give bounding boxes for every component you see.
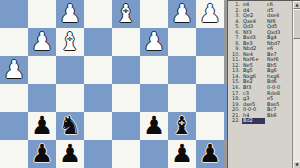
board-square[interactable] bbox=[84, 112, 112, 140]
black-pawn[interactable]: ♟ bbox=[199, 140, 221, 168]
move-number: 22. bbox=[229, 118, 242, 124]
board-square[interactable] bbox=[56, 84, 84, 112]
board-square[interactable] bbox=[196, 28, 224, 56]
white-pawn[interactable]: ♟ bbox=[59, 0, 81, 28]
board-square[interactable] bbox=[0, 112, 28, 140]
board-square[interactable] bbox=[84, 56, 112, 84]
black-pawn[interactable]: ♟ bbox=[31, 140, 53, 168]
board-square[interactable] bbox=[84, 84, 112, 112]
board-square[interactable] bbox=[0, 0, 28, 28]
white-pawn[interactable]: ♟ bbox=[31, 28, 53, 56]
board-square[interactable] bbox=[196, 56, 224, 84]
black-pawn[interactable]: ♟ bbox=[31, 112, 53, 140]
board-square[interactable]: ♟ bbox=[0, 56, 28, 84]
board-square[interactable] bbox=[28, 56, 56, 84]
white-pawn[interactable]: ♟ bbox=[199, 0, 221, 28]
black-pawn[interactable]: ♟ bbox=[171, 140, 193, 168]
board-square[interactable]: ♟ bbox=[196, 140, 224, 168]
board-square[interactable] bbox=[112, 84, 140, 112]
board-square[interactable] bbox=[28, 0, 56, 28]
board-square[interactable] bbox=[168, 84, 196, 112]
board-square[interactable]: ♞ bbox=[56, 112, 84, 140]
board-square[interactable]: ♝ bbox=[56, 28, 84, 56]
chess-app-window: ♟♝♟♟♟♝♟♟♟♞♟♝♟♟♟♟ 1.e4c62.d4d53.Qe2dxe44.… bbox=[0, 0, 300, 168]
board-square[interactable] bbox=[140, 56, 168, 84]
white-pawn[interactable]: ♟ bbox=[171, 0, 193, 28]
board-square[interactable]: ♟ bbox=[28, 28, 56, 56]
board-square[interactable] bbox=[112, 140, 140, 168]
board-square[interactable] bbox=[84, 0, 112, 28]
board-square[interactable] bbox=[140, 140, 168, 168]
board-square[interactable] bbox=[112, 56, 140, 84]
board-square[interactable]: ♝ bbox=[112, 0, 140, 28]
board-square[interactable]: ♟ bbox=[168, 140, 196, 168]
scrollbar-thumb[interactable] bbox=[293, 9, 300, 39]
board-square[interactable] bbox=[168, 28, 196, 56]
board-square[interactable] bbox=[140, 0, 168, 28]
black-pawn[interactable]: ♟ bbox=[59, 140, 81, 168]
board-square[interactable] bbox=[112, 112, 140, 140]
board-square[interactable]: ♟ bbox=[168, 0, 196, 28]
move-row: 22.Bd2 bbox=[229, 118, 291, 124]
board-square[interactable] bbox=[168, 56, 196, 84]
black-pawn[interactable]: ♟ bbox=[143, 112, 165, 140]
board-square[interactable] bbox=[0, 140, 28, 168]
board-square[interactable]: ♟ bbox=[56, 140, 84, 168]
board-square[interactable]: ♟ bbox=[28, 112, 56, 140]
white-pawn[interactable]: ♟ bbox=[3, 56, 25, 84]
board-square[interactable] bbox=[140, 84, 168, 112]
chess-board: ♟♝♟♟♟♝♟♟♟♞♟♝♟♟♟♟ bbox=[0, 0, 224, 168]
board-square[interactable]: ♟ bbox=[196, 0, 224, 28]
move-list-panel: 1.e4c62.d4d53.Qe2dxe44.Qxe4Nf65.Qd3Qd56.… bbox=[227, 0, 300, 168]
board-square[interactable] bbox=[196, 84, 224, 112]
white-bishop[interactable]: ♝ bbox=[115, 0, 137, 28]
white-pawn[interactable]: ♟ bbox=[143, 28, 165, 56]
black-knight[interactable]: ♞ bbox=[59, 112, 81, 140]
scrollbar-up-icon[interactable]: ▲ bbox=[293, 1, 300, 9]
board-square[interactable] bbox=[56, 56, 84, 84]
black-bishop[interactable]: ♝ bbox=[171, 112, 193, 140]
scrollbar-down-icon[interactable]: ▼ bbox=[293, 161, 300, 168]
board-square[interactable] bbox=[84, 28, 112, 56]
move-list: 1.e4c62.d4d53.Qe2dxe44.Qxe4Nf65.Qd3Qd56.… bbox=[229, 2, 291, 167]
board-square[interactable]: ♟ bbox=[28, 140, 56, 168]
black-move[interactable] bbox=[265, 118, 291, 124]
board-square[interactable] bbox=[112, 28, 140, 56]
board-square[interactable]: ♝ bbox=[168, 112, 196, 140]
board-square[interactable]: ♟ bbox=[56, 0, 84, 28]
board-square[interactable] bbox=[0, 28, 28, 56]
board-square[interactable] bbox=[196, 112, 224, 140]
board-square[interactable]: ♟ bbox=[140, 112, 168, 140]
board-square[interactable] bbox=[28, 84, 56, 112]
board-square[interactable] bbox=[84, 140, 112, 168]
white-move[interactable]: Bd2 bbox=[242, 118, 265, 124]
board-square[interactable] bbox=[0, 84, 28, 112]
move-list-scrollbar[interactable]: ▲ ▼ bbox=[292, 1, 300, 168]
board-square[interactable]: ♟ bbox=[140, 28, 168, 56]
white-bishop[interactable]: ♝ bbox=[59, 28, 81, 56]
